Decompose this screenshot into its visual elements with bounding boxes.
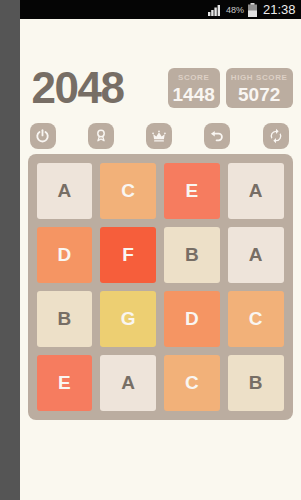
score-box: SCORE 1448 bbox=[168, 68, 220, 108]
tile-r2c3: B bbox=[164, 227, 220, 283]
score-panels: SCORE 1448 HIGH SCORE 5072 bbox=[168, 68, 293, 108]
undo-button[interactable] bbox=[204, 123, 230, 149]
high-score-label: HIGH SCORE bbox=[231, 73, 288, 83]
tile-r4c2: A bbox=[100, 355, 156, 411]
tile-r3c1: B bbox=[37, 291, 93, 347]
tile-r3c4: C bbox=[228, 291, 284, 347]
battery-percent: 48% bbox=[226, 5, 244, 15]
restart-button[interactable] bbox=[263, 123, 289, 149]
tile-r2c1: D bbox=[37, 227, 93, 283]
tile-r3c3: D bbox=[164, 291, 220, 347]
crown-icon bbox=[151, 128, 167, 144]
tile-r4c4: B bbox=[228, 355, 284, 411]
high-score-value: 5072 bbox=[231, 84, 288, 105]
status-time: 21:38 bbox=[263, 2, 296, 17]
power-button[interactable] bbox=[30, 123, 56, 149]
app-screen: 48% 21:38 2048 SCORE 1448 HIGH SCORE 507… bbox=[20, 0, 301, 500]
score-label: SCORE bbox=[173, 73, 215, 83]
board[interactable]: ACEADFBABGDCEACB bbox=[28, 154, 293, 420]
undo-icon bbox=[209, 128, 225, 144]
tile-r1c1: A bbox=[37, 163, 93, 219]
refresh-icon bbox=[268, 128, 284, 144]
signal-icon bbox=[208, 4, 222, 16]
score-value: 1448 bbox=[173, 84, 215, 105]
power-icon bbox=[34, 128, 51, 145]
tile-r4c1: E bbox=[37, 355, 93, 411]
header: 2048 SCORE 1448 HIGH SCORE 5072 bbox=[28, 67, 293, 109]
tile-r4c3: C bbox=[164, 355, 220, 411]
tile-r1c2: C bbox=[100, 163, 156, 219]
high-score-box: HIGH SCORE 5072 bbox=[226, 68, 293, 108]
battery-icon bbox=[248, 3, 257, 17]
tile-r1c3: E bbox=[164, 163, 220, 219]
tile-r3c2: G bbox=[100, 291, 156, 347]
status-bar: 48% 21:38 bbox=[20, 0, 301, 19]
tile-r1c4: A bbox=[228, 163, 284, 219]
toolbar bbox=[30, 123, 289, 149]
tile-r2c4: A bbox=[228, 227, 284, 283]
page-title: 2048 bbox=[32, 67, 124, 109]
medal-icon bbox=[93, 128, 109, 144]
leaderboard-button[interactable] bbox=[146, 123, 172, 149]
achievements-button[interactable] bbox=[88, 123, 114, 149]
tile-r2c2: F bbox=[100, 227, 156, 283]
